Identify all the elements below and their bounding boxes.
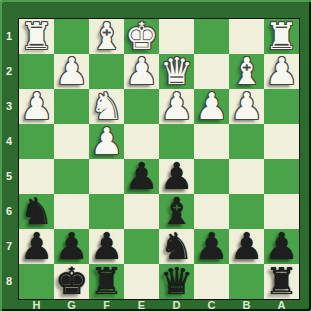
square-d6[interactable]: ♝ — [159, 194, 194, 229]
piece-white-pawn[interactable]: ♟ — [265, 54, 298, 89]
square-d5[interactable]: ♟ — [159, 159, 194, 194]
square-e3[interactable] — [124, 89, 159, 124]
piece-black-pawn[interactable]: ♟ — [160, 159, 193, 194]
piece-black-rook[interactable]: ♜ — [265, 264, 298, 299]
square-h3[interactable]: ♟ — [19, 89, 54, 124]
rank-label-2: 2 — [0, 54, 18, 89]
piece-black-pawn[interactable]: ♟ — [265, 229, 298, 264]
square-b8[interactable] — [229, 264, 264, 299]
piece-black-bishop[interactable]: ♝ — [160, 194, 193, 229]
square-a8[interactable]: ♜ — [264, 264, 299, 299]
piece-white-bishop[interactable]: ♝ — [90, 19, 123, 54]
square-a4[interactable] — [264, 124, 299, 159]
square-c5[interactable] — [194, 159, 229, 194]
piece-white-pawn[interactable]: ♟ — [230, 89, 263, 124]
square-c8[interactable] — [194, 264, 229, 299]
file-label-e: E — [124, 300, 159, 311]
piece-black-pawn[interactable]: ♟ — [20, 229, 53, 264]
square-b5[interactable] — [229, 159, 264, 194]
piece-white-knight[interactable]: ♞ — [90, 89, 123, 124]
piece-white-rook[interactable]: ♜ — [265, 19, 298, 54]
square-g6[interactable] — [54, 194, 89, 229]
file-label-d: D — [159, 300, 194, 311]
square-g2[interactable]: ♟ — [54, 54, 89, 89]
rank-label-3: 3 — [0, 89, 18, 124]
rank-label-5: 5 — [0, 159, 18, 194]
square-e7[interactable] — [124, 229, 159, 264]
piece-black-queen[interactable]: ♛ — [160, 264, 193, 299]
board-outline: ♜♝♚♜♟♟♛♝♟♟♞♟♟♟♟♟♟♞♝♟♟♟♞♟♟♟♚♜♛♜ — [18, 18, 300, 300]
square-h4[interactable] — [19, 124, 54, 159]
piece-white-pawn[interactable]: ♟ — [20, 89, 53, 124]
square-e8[interactable] — [124, 264, 159, 299]
square-c7[interactable]: ♟ — [194, 229, 229, 264]
square-g4[interactable] — [54, 124, 89, 159]
piece-white-rook[interactable]: ♜ — [20, 19, 53, 54]
rank-label-4: 4 — [0, 124, 18, 159]
square-g1[interactable] — [54, 19, 89, 54]
piece-white-pawn[interactable]: ♟ — [90, 124, 123, 159]
square-f1[interactable]: ♝ — [89, 19, 124, 54]
piece-white-pawn[interactable]: ♟ — [160, 89, 193, 124]
square-e5[interactable]: ♟ — [124, 159, 159, 194]
piece-black-knight[interactable]: ♞ — [160, 229, 193, 264]
square-b2[interactable]: ♝ — [229, 54, 264, 89]
square-d7[interactable]: ♞ — [159, 229, 194, 264]
square-h8[interactable] — [19, 264, 54, 299]
square-f7[interactable]: ♟ — [89, 229, 124, 264]
piece-white-pawn[interactable]: ♟ — [125, 54, 158, 89]
square-g3[interactable] — [54, 89, 89, 124]
square-d1[interactable] — [159, 19, 194, 54]
piece-black-pawn[interactable]: ♟ — [230, 229, 263, 264]
square-d3[interactable]: ♟ — [159, 89, 194, 124]
square-c2[interactable] — [194, 54, 229, 89]
square-d8[interactable]: ♛ — [159, 264, 194, 299]
file-label-c: C — [194, 300, 229, 311]
square-a2[interactable]: ♟ — [264, 54, 299, 89]
square-b7[interactable]: ♟ — [229, 229, 264, 264]
square-e2[interactable]: ♟ — [124, 54, 159, 89]
piece-white-queen[interactable]: ♛ — [160, 54, 193, 89]
square-h2[interactable] — [19, 54, 54, 89]
square-f3[interactable]: ♞ — [89, 89, 124, 124]
board-frame: 12345678 ♜♝♚♜♟♟♛♝♟♟♞♟♟♟♟♟♟♞♝♟♟♟♞♟♟♟♚♜♛♜ … — [0, 0, 311, 311]
piece-white-pawn[interactable]: ♟ — [55, 54, 88, 89]
square-a1[interactable]: ♜ — [264, 19, 299, 54]
square-a7[interactable]: ♟ — [264, 229, 299, 264]
piece-white-bishop[interactable]: ♝ — [230, 54, 263, 89]
rank-labels: 12345678 — [0, 19, 18, 299]
square-b6[interactable] — [229, 194, 264, 229]
square-d2[interactable]: ♛ — [159, 54, 194, 89]
square-h1[interactable]: ♜ — [19, 19, 54, 54]
piece-black-pawn[interactable]: ♟ — [90, 229, 123, 264]
file-labels: HGFEDCBA — [19, 300, 299, 311]
square-b1[interactable] — [229, 19, 264, 54]
square-e1[interactable]: ♚ — [124, 19, 159, 54]
rank-label-6: 6 — [0, 194, 18, 229]
square-h6[interactable]: ♞ — [19, 194, 54, 229]
square-f4[interactable]: ♟ — [89, 124, 124, 159]
rank-label-7: 7 — [0, 229, 18, 264]
square-h7[interactable]: ♟ — [19, 229, 54, 264]
square-c3[interactable]: ♟ — [194, 89, 229, 124]
square-a6[interactable] — [264, 194, 299, 229]
file-label-g: G — [54, 300, 89, 311]
piece-black-knight[interactable]: ♞ — [20, 194, 53, 229]
square-c6[interactable] — [194, 194, 229, 229]
piece-black-pawn[interactable]: ♟ — [55, 229, 88, 264]
square-c1[interactable] — [194, 19, 229, 54]
file-label-h: H — [19, 300, 54, 311]
chess-board[interactable]: ♜♝♚♜♟♟♛♝♟♟♞♟♟♟♟♟♟♞♝♟♟♟♞♟♟♟♚♜♛♜ — [19, 19, 299, 299]
rank-label-1: 1 — [0, 19, 18, 54]
piece-white-pawn[interactable]: ♟ — [195, 89, 228, 124]
piece-black-pawn[interactable]: ♟ — [125, 159, 158, 194]
square-a5[interactable] — [264, 159, 299, 194]
square-f6[interactable] — [89, 194, 124, 229]
piece-black-pawn[interactable]: ♟ — [195, 229, 228, 264]
square-e6[interactable] — [124, 194, 159, 229]
square-g7[interactable]: ♟ — [54, 229, 89, 264]
square-b3[interactable]: ♟ — [229, 89, 264, 124]
piece-white-king[interactable]: ♚ — [125, 19, 158, 54]
file-label-a: A — [264, 300, 299, 311]
square-b4[interactable] — [229, 124, 264, 159]
square-g8[interactable]: ♚ — [54, 264, 89, 299]
square-g5[interactable] — [54, 159, 89, 194]
square-d4[interactable] — [159, 124, 194, 159]
file-label-f: F — [89, 300, 124, 311]
square-f2[interactable] — [89, 54, 124, 89]
square-c4[interactable] — [194, 124, 229, 159]
piece-black-rook[interactable]: ♜ — [90, 264, 123, 299]
square-f8[interactable]: ♜ — [89, 264, 124, 299]
square-a3[interactable] — [264, 89, 299, 124]
square-h5[interactable] — [19, 159, 54, 194]
square-e4[interactable] — [124, 124, 159, 159]
square-f5[interactable] — [89, 159, 124, 194]
rank-label-8: 8 — [0, 264, 18, 299]
file-label-b: B — [229, 300, 264, 311]
piece-black-king[interactable]: ♚ — [55, 264, 88, 299]
